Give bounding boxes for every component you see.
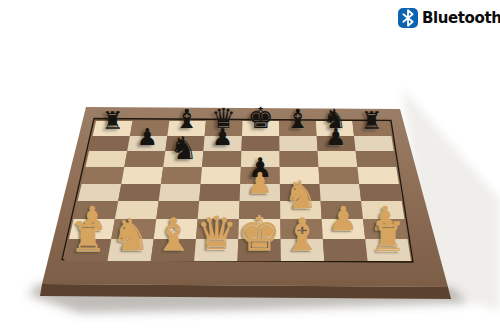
square-a4 — [78, 184, 122, 201]
square-h2 — [363, 219, 408, 239]
square-g6 — [318, 151, 358, 167]
bluetooth-icon — [398, 8, 418, 28]
square-d1 — [194, 239, 238, 261]
square-f2 — [280, 219, 323, 239]
square-d8 — [205, 121, 243, 136]
bluetooth-logo: Bluetooth® — [398, 8, 500, 28]
square-d4 — [199, 184, 240, 201]
square-b2 — [111, 219, 156, 239]
square-a8 — [93, 121, 133, 136]
square-e1 — [238, 239, 281, 261]
square-e2 — [238, 219, 280, 239]
square-f5 — [280, 167, 320, 184]
square-c6 — [163, 151, 203, 167]
square-c1 — [151, 239, 196, 261]
square-e3 — [239, 201, 280, 219]
square-b6 — [124, 151, 165, 167]
square-f4 — [280, 184, 321, 201]
square-a2 — [69, 219, 115, 239]
square-g8 — [316, 121, 354, 136]
square-e6 — [241, 151, 280, 167]
square-d7 — [203, 136, 242, 151]
square-f8 — [279, 121, 317, 136]
square-b7 — [127, 136, 167, 151]
square-a7 — [89, 136, 130, 151]
square-d5 — [201, 167, 241, 184]
square-b1 — [107, 239, 153, 261]
square-e4 — [240, 184, 281, 201]
square-b3 — [115, 201, 159, 219]
square-h5 — [357, 167, 399, 184]
square-h7 — [354, 136, 394, 151]
square-f1 — [281, 239, 325, 261]
square-d3 — [198, 201, 240, 219]
square-a6 — [86, 151, 128, 167]
square-f7 — [279, 136, 317, 151]
product-photo: ♜♝♛♚♝♞♜♟♟♟♟♟♟♟♞♟♟♞♟♟♟♟♟♟♟♜♞♝♛♚♝♜ Bluetoo… — [0, 0, 500, 333]
square-g4 — [320, 184, 362, 201]
square-a1 — [64, 239, 111, 261]
square-f3 — [280, 201, 322, 219]
squares-layer — [64, 121, 411, 261]
square-b8 — [130, 121, 169, 136]
square-h1 — [365, 239, 411, 261]
square-h8 — [352, 121, 391, 136]
square-h6 — [356, 151, 397, 167]
square-f6 — [280, 151, 319, 167]
square-c5 — [161, 167, 202, 184]
square-a5 — [82, 167, 125, 184]
square-b4 — [118, 184, 161, 201]
square-g5 — [319, 167, 360, 184]
square-c7 — [165, 136, 204, 151]
square-b5 — [121, 167, 163, 184]
square-e8 — [242, 121, 279, 136]
square-c4 — [159, 184, 201, 201]
chess-board — [0, 0, 500, 333]
square-g7 — [317, 136, 356, 151]
square-a3 — [74, 201, 119, 219]
square-e5 — [240, 167, 280, 184]
square-g3 — [321, 201, 363, 219]
bluetooth-logo-text: Bluetooth® — [422, 9, 500, 27]
square-h3 — [361, 201, 404, 219]
square-c8 — [167, 121, 206, 136]
square-g1 — [323, 239, 368, 261]
bluetooth-rune-icon — [398, 8, 418, 28]
square-d2 — [196, 219, 239, 239]
square-h4 — [359, 184, 401, 201]
square-e7 — [241, 136, 279, 151]
square-g2 — [322, 219, 366, 239]
square-c3 — [156, 201, 199, 219]
square-c2 — [154, 219, 198, 239]
square-d6 — [202, 151, 241, 167]
